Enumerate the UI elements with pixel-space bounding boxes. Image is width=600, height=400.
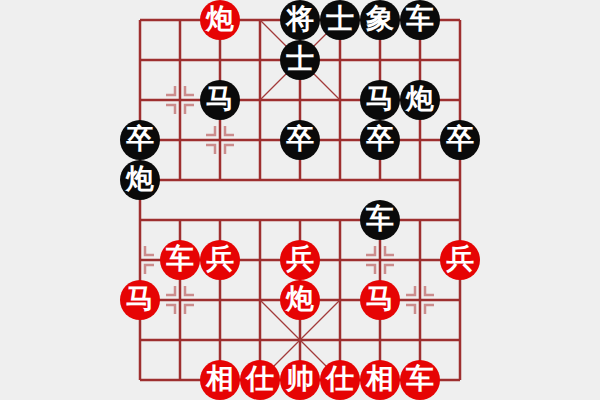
red-general[interactable]: 帅 bbox=[280, 360, 320, 400]
black-chariot[interactable]: 车 bbox=[360, 200, 400, 240]
red-advisor[interactable]: 仕 bbox=[320, 360, 360, 400]
black-advisor[interactable]: 士 bbox=[320, 0, 360, 40]
black-chariot[interactable]: 车 bbox=[400, 0, 440, 40]
red-soldier[interactable]: 兵 bbox=[280, 240, 320, 280]
red-horse[interactable]: 马 bbox=[360, 280, 400, 320]
black-soldier[interactable]: 卒 bbox=[440, 120, 480, 160]
red-elephant[interactable]: 相 bbox=[360, 360, 400, 400]
black-advisor[interactable]: 士 bbox=[280, 40, 320, 80]
black-soldier[interactable]: 卒 bbox=[120, 120, 160, 160]
red-soldier[interactable]: 兵 bbox=[200, 240, 240, 280]
red-chariot[interactable]: 车 bbox=[400, 360, 440, 400]
red-advisor[interactable]: 仕 bbox=[240, 360, 280, 400]
red-horse[interactable]: 马 bbox=[120, 280, 160, 320]
black-horse[interactable]: 马 bbox=[200, 80, 240, 120]
red-soldier[interactable]: 兵 bbox=[440, 240, 480, 280]
xiangqi-board: 炮将士象车士马马炮卒卒卒卒炮车车兵兵兵马炮马相仕帅仕相车 bbox=[0, 0, 600, 400]
black-cannon[interactable]: 炮 bbox=[400, 80, 440, 120]
red-elephant[interactable]: 相 bbox=[200, 360, 240, 400]
black-horse[interactable]: 马 bbox=[360, 80, 400, 120]
black-soldier[interactable]: 卒 bbox=[360, 120, 400, 160]
piece-layer: 炮将士象车士马马炮卒卒卒卒炮车车兵兵兵马炮马相仕帅仕相车 bbox=[120, 0, 480, 400]
black-soldier[interactable]: 卒 bbox=[280, 120, 320, 160]
black-general[interactable]: 将 bbox=[280, 0, 320, 40]
black-cannon[interactable]: 炮 bbox=[120, 160, 160, 200]
black-elephant[interactable]: 象 bbox=[360, 0, 400, 40]
red-cannon[interactable]: 炮 bbox=[280, 280, 320, 320]
red-chariot[interactable]: 车 bbox=[160, 240, 200, 280]
red-cannon[interactable]: 炮 bbox=[200, 0, 240, 40]
